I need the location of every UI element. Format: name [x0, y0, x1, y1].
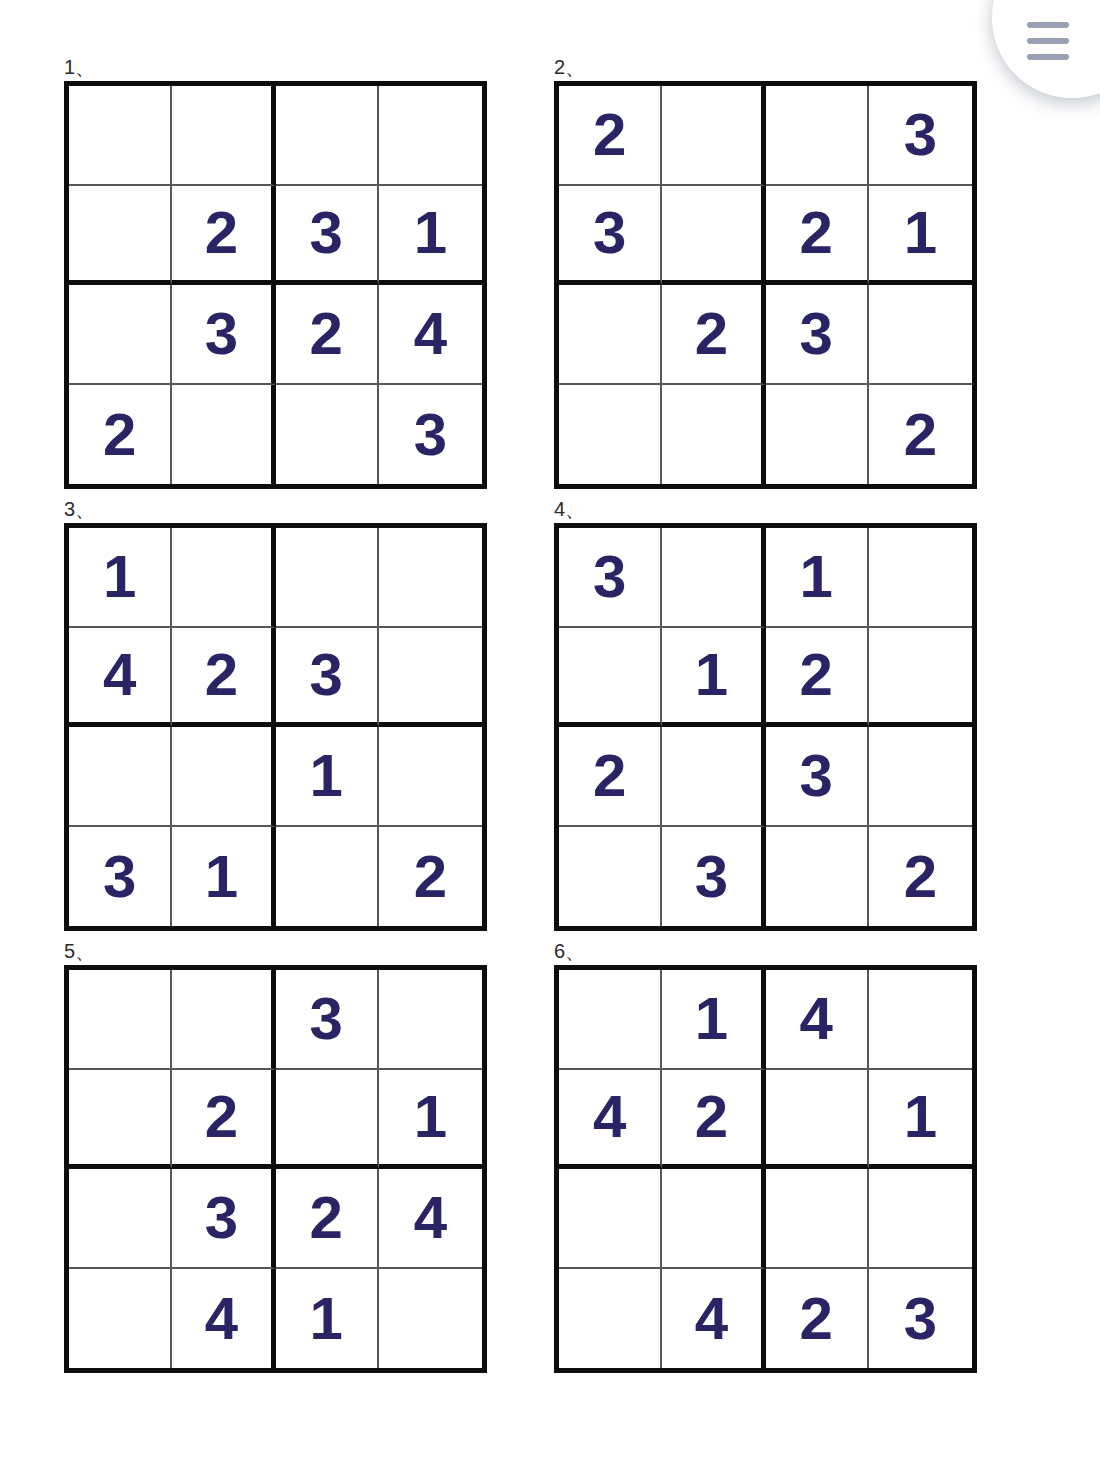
puzzle-5: 5、 32132441 [64, 940, 487, 1373]
cell-r2c1-given-4: 4 [559, 1070, 662, 1170]
puzzle-2-label: 2、 [554, 56, 977, 78]
cell-r4c3-empty [276, 827, 379, 927]
cell-r1c4-empty [379, 86, 482, 186]
cell-r1c3-given-4: 4 [766, 970, 869, 1070]
cell-r1c3-given-3: 3 [276, 970, 379, 1070]
cell-r2c3-given-3: 3 [276, 628, 379, 728]
cell-r3c3-given-3: 3 [766, 727, 869, 827]
cell-r3c1-empty [69, 727, 172, 827]
cell-r3c1-empty [559, 285, 662, 385]
cell-r1c2-empty [172, 86, 275, 186]
cell-r3c4-given-4: 4 [379, 285, 482, 385]
puzzle-3-label: 3、 [64, 498, 487, 520]
cell-r1c3-empty [276, 528, 379, 628]
cell-r3c3-given-3: 3 [766, 285, 869, 385]
cell-r3c2-empty [662, 727, 765, 827]
puzzle-5-board: 32132441 [64, 965, 487, 1373]
puzzle-1-board: 23132423 [64, 81, 487, 489]
puzzle-2-board: 23321232 [554, 81, 977, 489]
cell-r1c2-empty [172, 528, 275, 628]
cell-r2c1-empty [69, 186, 172, 286]
cell-r1c2-empty [662, 86, 765, 186]
hamburger-bar [1027, 22, 1069, 28]
cell-r1c1-empty [559, 970, 662, 1070]
cell-r2c2-given-2: 2 [172, 186, 275, 286]
cell-r4c2-given-3: 3 [662, 827, 765, 927]
cell-r1c1-empty [69, 86, 172, 186]
puzzle-sheet: 1、 23132423 2、 23321232 3、 14231312 4、 3… [64, 56, 977, 1373]
cell-r1c3-empty [276, 86, 379, 186]
cell-r2c2-given-2: 2 [172, 628, 275, 728]
cell-r4c4-given-3: 3 [379, 385, 482, 485]
cell-r4c3-given-2: 2 [766, 1269, 869, 1369]
cell-r2c4-empty [869, 628, 972, 728]
cell-r1c1-given-2: 2 [559, 86, 662, 186]
cell-r4c2-given-1: 1 [172, 827, 275, 927]
cell-r1c4-empty [379, 528, 482, 628]
cell-r2c3-empty [766, 1070, 869, 1170]
cell-r2c1-empty [559, 628, 662, 728]
cell-r2c2-given-2: 2 [662, 1070, 765, 1170]
cell-r2c4-given-1: 1 [869, 1070, 972, 1170]
cell-r4c3-empty [766, 827, 869, 927]
puzzle-1: 1、 23132423 [64, 56, 487, 489]
cell-r1c1-given-1: 1 [69, 528, 172, 628]
cell-r4c1-given-2: 2 [69, 385, 172, 485]
cell-r2c2-given-1: 1 [662, 628, 765, 728]
cell-r4c1-given-3: 3 [69, 827, 172, 927]
cell-r2c1-given-3: 3 [559, 186, 662, 286]
cell-r1c4-empty [379, 970, 482, 1070]
cell-r1c3-empty [766, 86, 869, 186]
cell-r2c2-given-2: 2 [172, 1070, 275, 1170]
cell-r1c1-given-3: 3 [559, 528, 662, 628]
cell-r4c4-given-2: 2 [869, 385, 972, 485]
puzzle-3: 3、 14231312 [64, 498, 487, 931]
cell-r4c3-given-1: 1 [276, 1269, 379, 1369]
cell-r3c4-empty [869, 727, 972, 827]
cell-r4c1-empty [559, 827, 662, 927]
cell-r4c2-empty [662, 385, 765, 485]
cell-r2c4-given-1: 1 [869, 186, 972, 286]
hamburger-menu-icon[interactable] [1027, 22, 1069, 60]
puzzle-2: 2、 23321232 [554, 56, 977, 489]
cell-r3c1-empty [69, 285, 172, 385]
cell-r3c2-given-3: 3 [172, 1169, 275, 1269]
puzzle-1-label: 1、 [64, 56, 487, 78]
cell-r4c2-empty [172, 385, 275, 485]
cell-r3c4-given-4: 4 [379, 1169, 482, 1269]
cell-r2c4-given-1: 1 [379, 186, 482, 286]
cell-r2c1-empty [69, 1070, 172, 1170]
cell-r3c4-empty [379, 727, 482, 827]
cell-r4c2-given-4: 4 [662, 1269, 765, 1369]
hamburger-bar [1027, 54, 1069, 60]
cell-r3c3-given-2: 2 [276, 285, 379, 385]
cell-r4c4-given-2: 2 [869, 827, 972, 927]
cell-r1c3-given-1: 1 [766, 528, 869, 628]
cell-r3c4-empty [869, 1169, 972, 1269]
cell-r2c4-given-1: 1 [379, 1070, 482, 1170]
puzzle-6: 6、 14421423 [554, 940, 977, 1373]
cell-r2c3-given-3: 3 [276, 186, 379, 286]
cell-r1c4-empty [869, 970, 972, 1070]
cell-r4c4-empty [379, 1269, 482, 1369]
cell-r2c2-empty [662, 186, 765, 286]
puzzle-5-label: 5、 [64, 940, 487, 962]
cell-r4c3-empty [276, 385, 379, 485]
cell-r3c1-empty [559, 1169, 662, 1269]
cell-r4c3-empty [766, 385, 869, 485]
cell-r3c1-given-2: 2 [559, 727, 662, 827]
hamburger-bar [1027, 38, 1069, 44]
cell-r3c3-given-2: 2 [276, 1169, 379, 1269]
cell-r2c3-given-2: 2 [766, 186, 869, 286]
cell-r3c3-empty [766, 1169, 869, 1269]
puzzle-4-label: 4、 [554, 498, 977, 520]
cell-r3c2-given-3: 3 [172, 285, 275, 385]
puzzle-4-board: 31122332 [554, 523, 977, 931]
cell-r3c2-given-2: 2 [662, 285, 765, 385]
worksheet-page: 1、 23132423 2、 23321232 3、 14231312 4、 3… [0, 0, 1100, 1466]
cell-r4c2-given-4: 4 [172, 1269, 275, 1369]
cell-r2c4-empty [379, 628, 482, 728]
cell-r4c4-given-3: 3 [869, 1269, 972, 1369]
cell-r4c1-empty [559, 385, 662, 485]
cell-r1c2-empty [172, 970, 275, 1070]
cell-r1c2-empty [662, 528, 765, 628]
cell-r3c4-empty [869, 285, 972, 385]
cell-r2c3-given-2: 2 [766, 628, 869, 728]
cell-r1c4-given-3: 3 [869, 86, 972, 186]
puzzle-6-label: 6、 [554, 940, 977, 962]
cell-r1c1-empty [69, 970, 172, 1070]
puzzle-6-board: 14421423 [554, 965, 977, 1373]
cell-r4c4-given-2: 2 [379, 827, 482, 927]
cell-r4c1-empty [69, 1269, 172, 1369]
cell-r1c4-empty [869, 528, 972, 628]
cell-r3c2-empty [662, 1169, 765, 1269]
cell-r3c2-empty [172, 727, 275, 827]
cell-r1c2-given-1: 1 [662, 970, 765, 1070]
puzzle-3-board: 14231312 [64, 523, 487, 931]
cell-r4c1-empty [559, 1269, 662, 1369]
cell-r2c3-empty [276, 1070, 379, 1170]
puzzle-4: 4、 31122332 [554, 498, 977, 931]
cell-r3c3-given-1: 1 [276, 727, 379, 827]
cell-r2c1-given-4: 4 [69, 628, 172, 728]
cell-r3c1-empty [69, 1169, 172, 1269]
